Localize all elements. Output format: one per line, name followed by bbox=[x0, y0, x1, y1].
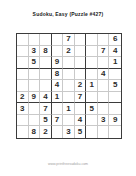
sudoku-cell-r6c8 bbox=[98, 92, 110, 104]
sudoku-cell-r2c8: 7 bbox=[98, 46, 110, 58]
sudoku-cell-r6c6: 7 bbox=[75, 92, 87, 104]
sudoku-cell-r8c1 bbox=[17, 115, 29, 127]
sudoku-page: Sudoku, Easy (Puzzle #427) 7638274591844… bbox=[0, 0, 136, 176]
sudoku-cell-r1c4 bbox=[52, 34, 64, 46]
sudoku-cell-r3c2: 5 bbox=[29, 57, 41, 69]
sudoku-cell-r5c5 bbox=[63, 80, 75, 92]
sudoku-cell-r4c5 bbox=[63, 69, 75, 81]
sudoku-cell-r6c5 bbox=[63, 92, 75, 104]
sudoku-cell-r4c3 bbox=[40, 69, 52, 81]
sudoku-cell-r8c9: 9 bbox=[109, 115, 121, 127]
sudoku-cell-r5c4: 4 bbox=[52, 80, 64, 92]
sudoku-cell-r1c2 bbox=[29, 34, 41, 46]
sudoku-cell-r9c7 bbox=[86, 126, 98, 138]
sudoku-cell-r3c7 bbox=[86, 57, 98, 69]
sudoku-cell-r1c5: 7 bbox=[63, 34, 75, 46]
sudoku-cell-r1c1 bbox=[17, 34, 29, 46]
sudoku-cell-r7c5: 1 bbox=[63, 103, 75, 115]
sudoku-cell-r6c7 bbox=[86, 92, 98, 104]
sudoku-cell-r7c9 bbox=[109, 103, 121, 115]
sudoku-cell-r1c3 bbox=[40, 34, 52, 46]
sudoku-cell-r8c3: 5 bbox=[40, 115, 52, 127]
sudoku-cell-r8c5 bbox=[63, 115, 75, 127]
sudoku-cell-r3c9: 1 bbox=[109, 57, 121, 69]
sudoku-cell-r8c7 bbox=[86, 115, 98, 127]
sudoku-cell-r4c9 bbox=[109, 69, 121, 81]
sudoku-cell-r9c2: 8 bbox=[29, 126, 41, 138]
sudoku-cell-r9c1 bbox=[17, 126, 29, 138]
sudoku-cell-r6c9 bbox=[109, 92, 121, 104]
sudoku-grid: 7638274591844215294173715574398235 bbox=[16, 33, 122, 139]
sudoku-cell-r1c8 bbox=[98, 34, 110, 46]
sudoku-cell-r1c7 bbox=[86, 34, 98, 46]
sudoku-cell-r3c8 bbox=[98, 57, 110, 69]
sudoku-cell-r3c3 bbox=[40, 57, 52, 69]
sudoku-cell-r7c2 bbox=[29, 103, 41, 115]
sudoku-cell-r4c4: 8 bbox=[52, 69, 64, 81]
sudoku-cell-r3c4: 9 bbox=[52, 57, 64, 69]
sudoku-cell-r9c9 bbox=[109, 126, 121, 138]
footer-url: www.printfreesudoku.com bbox=[0, 162, 136, 166]
sudoku-cell-r2c1 bbox=[17, 46, 29, 58]
sudoku-cell-r7c4 bbox=[52, 103, 64, 115]
sudoku-cell-r8c2 bbox=[29, 115, 41, 127]
sudoku-cell-r4c2 bbox=[29, 69, 41, 81]
sudoku-cell-r2c3: 8 bbox=[40, 46, 52, 58]
sudoku-cell-r9c5: 3 bbox=[63, 126, 75, 138]
sudoku-cell-r8c6: 4 bbox=[75, 115, 87, 127]
sudoku-cell-r7c6 bbox=[75, 103, 87, 115]
puzzle-title: Sudoku, Easy (Puzzle #427) bbox=[0, 11, 136, 17]
sudoku-cell-r4c6 bbox=[75, 69, 87, 81]
sudoku-cell-r9c8 bbox=[98, 126, 110, 138]
sudoku-cell-r8c8: 3 bbox=[98, 115, 110, 127]
sudoku-cell-r5c3 bbox=[40, 80, 52, 92]
sudoku-cell-r3c5 bbox=[63, 57, 75, 69]
sudoku-cell-r9c6: 5 bbox=[75, 126, 87, 138]
sudoku-cell-r5c2 bbox=[29, 80, 41, 92]
sudoku-cell-r2c2: 3 bbox=[29, 46, 41, 58]
sudoku-cell-r6c4: 1 bbox=[52, 92, 64, 104]
sudoku-cell-r6c1: 2 bbox=[17, 92, 29, 104]
sudoku-cell-r1c9: 6 bbox=[109, 34, 121, 46]
sudoku-cell-r4c1 bbox=[17, 69, 29, 81]
sudoku-cell-r2c5: 2 bbox=[63, 46, 75, 58]
sudoku-cell-r2c6 bbox=[75, 46, 87, 58]
sudoku-cell-r5c9: 5 bbox=[109, 80, 121, 92]
sudoku-cell-r5c1 bbox=[17, 80, 29, 92]
sudoku-cell-r2c4 bbox=[52, 46, 64, 58]
sudoku-cell-r2c9: 4 bbox=[109, 46, 121, 58]
sudoku-cell-r9c3: 2 bbox=[40, 126, 52, 138]
sudoku-cell-r9c4 bbox=[52, 126, 64, 138]
sudoku-cell-r4c7 bbox=[86, 69, 98, 81]
sudoku-cell-r7c7: 5 bbox=[86, 103, 98, 115]
sudoku-cell-r4c8: 4 bbox=[98, 69, 110, 81]
sudoku-cell-r5c6: 2 bbox=[75, 80, 87, 92]
sudoku-cell-r7c8 bbox=[98, 103, 110, 115]
sudoku-cell-r8c4: 7 bbox=[52, 115, 64, 127]
sudoku-cell-r6c2: 9 bbox=[29, 92, 41, 104]
sudoku-cell-r7c3: 7 bbox=[40, 103, 52, 115]
sudoku-cell-r6c3: 4 bbox=[40, 92, 52, 104]
sudoku-cell-r5c8 bbox=[98, 80, 110, 92]
sudoku-cell-r7c1: 3 bbox=[17, 103, 29, 115]
sudoku-cell-r5c7: 1 bbox=[86, 80, 98, 92]
sudoku-cell-r3c6 bbox=[75, 57, 87, 69]
sudoku-cell-r3c1 bbox=[17, 57, 29, 69]
sudoku-cell-r2c7 bbox=[86, 46, 98, 58]
sudoku-cell-r1c6 bbox=[75, 34, 87, 46]
